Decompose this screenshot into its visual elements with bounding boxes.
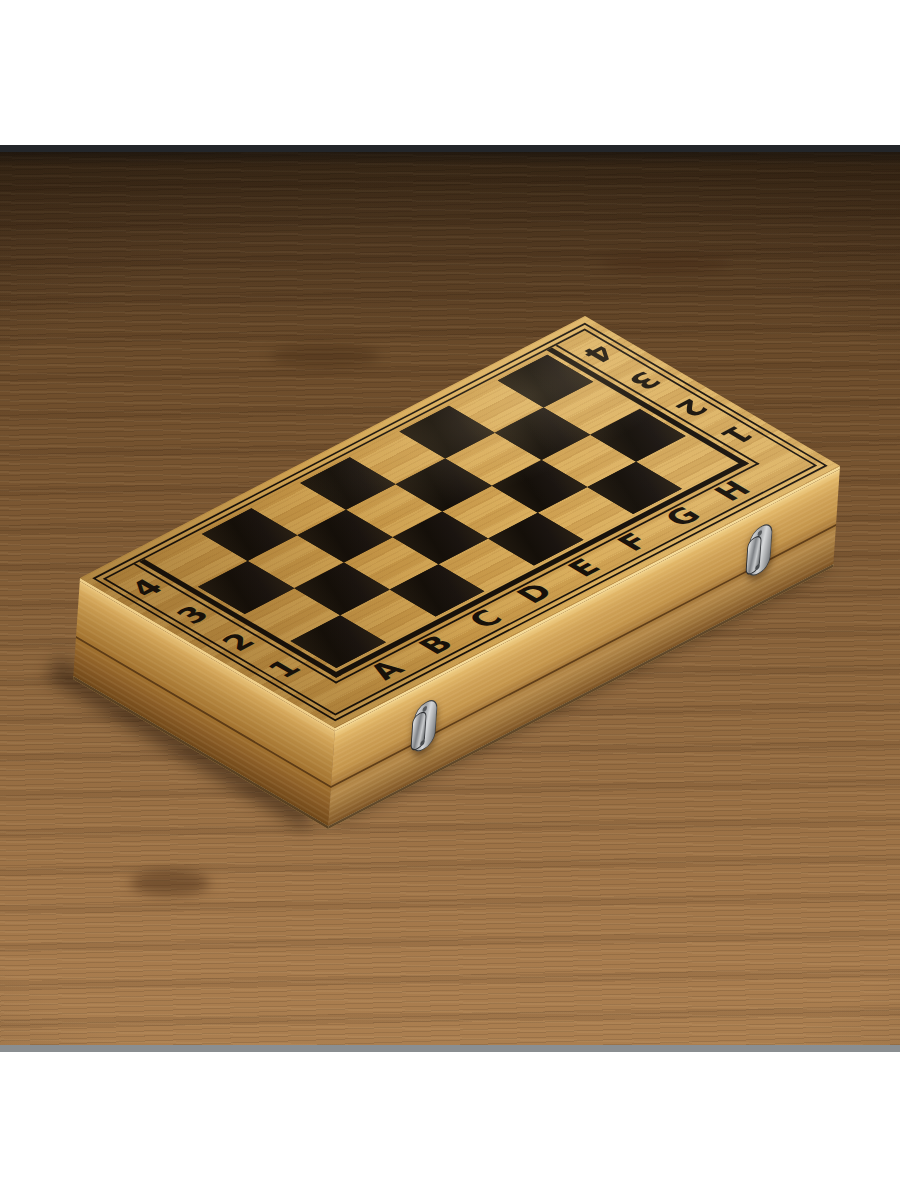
metal-latch [410,693,440,759]
photo-of-chess-box: 4321 4321 ABCDEFGH [0,145,900,1052]
metal-latch [745,517,775,583]
table-far-edge-shadow [0,152,900,166]
table-near-edge [0,1045,900,1052]
page: 4321 4321 ABCDEFGH [0,0,900,1200]
table-far-edge [0,145,900,152]
